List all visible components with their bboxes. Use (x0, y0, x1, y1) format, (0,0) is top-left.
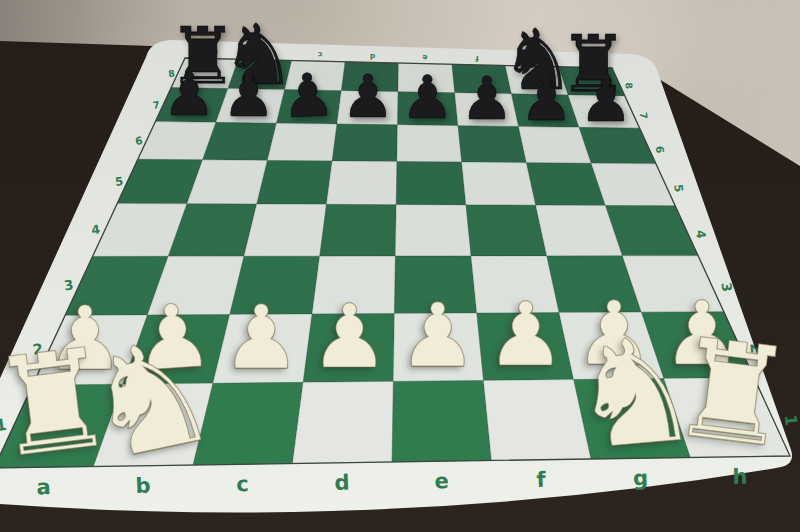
square-c5[interactable] (257, 160, 332, 204)
square-e5[interactable] (396, 162, 466, 205)
piece-black-pawn-e7[interactable]: ♟ (401, 68, 454, 128)
file-label-d-top: d (370, 52, 375, 61)
square-e4[interactable] (395, 205, 471, 256)
square-d4[interactable] (320, 204, 397, 256)
piece-white-pawn-d2[interactable]: ♟ (310, 293, 389, 381)
square-d5[interactable] (326, 161, 396, 205)
piece-white-pawn-e2[interactable]: ♟ (398, 292, 477, 380)
piece-black-pawn-a7[interactable]: ♟ (163, 65, 216, 125)
square-f5[interactable] (462, 162, 536, 205)
piece-white-pawn-c2[interactable]: ♟ (222, 294, 301, 382)
file-label-d-bottom: d (334, 470, 350, 495)
file-label-c-top: c (318, 50, 322, 59)
file-label-e-top: e (422, 53, 427, 62)
square-f4[interactable] (466, 205, 547, 256)
piece-black-pawn-g7[interactable]: ♟ (520, 70, 573, 130)
piece-black-pawn-b7[interactable]: ♟ (222, 66, 275, 126)
piece-black-pawn-f7[interactable]: ♟ (460, 69, 513, 129)
piece-black-pawn-d7[interactable]: ♟ (341, 68, 394, 128)
file-label-c-bottom: c (236, 472, 249, 496)
piece-black-pawn-c7[interactable]: ♟ (280, 65, 336, 127)
rank-label-6-right: 6 (654, 145, 667, 154)
file-label-f-bottom: f (536, 468, 547, 492)
piece-white-knight-g1[interactable]: ♞ (564, 314, 707, 470)
square-c4[interactable] (244, 204, 326, 256)
chess-scene: aabbccddeeffgghh8877665544332211 ♜♞♞♜♟♟♟… (0, 0, 800, 532)
piece-white-pawn-f2[interactable]: ♟ (486, 291, 565, 379)
rank-label-5-right: 5 (671, 184, 686, 193)
rank-label-7-right: 7 (638, 112, 650, 120)
piece-black-pawn-h7[interactable]: ♟ (579, 71, 632, 131)
piece-white-rook-a1[interactable]: ♜ (0, 329, 121, 479)
square-e1[interactable] (392, 380, 492, 462)
square-d1[interactable] (293, 381, 394, 463)
file-label-e-bottom: e (434, 469, 449, 493)
